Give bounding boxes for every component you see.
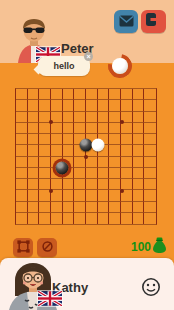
exit-door-arrow-icon bbox=[145, 12, 162, 31]
bottom-player-bar: Kathy bbox=[0, 258, 174, 310]
star-point bbox=[84, 155, 88, 159]
envelope-icon bbox=[119, 13, 134, 31]
flag-uk-kathy bbox=[38, 291, 62, 306]
stake-display: 100 bbox=[131, 237, 166, 257]
emoji-button[interactable] bbox=[141, 277, 161, 297]
exit-game-button[interactable] bbox=[141, 10, 166, 33]
null-slash-icon bbox=[41, 239, 54, 257]
star-point bbox=[120, 120, 124, 124]
chat-mail-button[interactable] bbox=[114, 10, 138, 33]
stake-amount: 100 bbox=[131, 240, 151, 254]
star-point bbox=[49, 120, 53, 124]
star-point bbox=[120, 189, 124, 193]
chat-bubble: hello × bbox=[38, 56, 90, 76]
star-point bbox=[49, 189, 53, 193]
chat-bubble-close-icon[interactable]: × bbox=[84, 52, 93, 61]
board-overlay bbox=[15, 88, 157, 225]
frame-corners-icon bbox=[17, 239, 30, 257]
chat-bubble-tail bbox=[34, 65, 44, 75]
chat-bubble-text: hello bbox=[53, 61, 74, 71]
money-bag-icon bbox=[153, 237, 166, 257]
go-board[interactable] bbox=[15, 88, 157, 225]
turn-stone-white bbox=[112, 58, 128, 74]
white-stone bbox=[91, 139, 104, 152]
pass-button[interactable] bbox=[37, 238, 57, 257]
black-stone-last-move bbox=[56, 161, 69, 174]
smiley-face-icon bbox=[141, 283, 161, 300]
game-screen: Peter hello × 100 bbox=[0, 0, 174, 310]
territory-button[interactable] bbox=[13, 238, 33, 257]
turn-indicator bbox=[108, 54, 132, 78]
